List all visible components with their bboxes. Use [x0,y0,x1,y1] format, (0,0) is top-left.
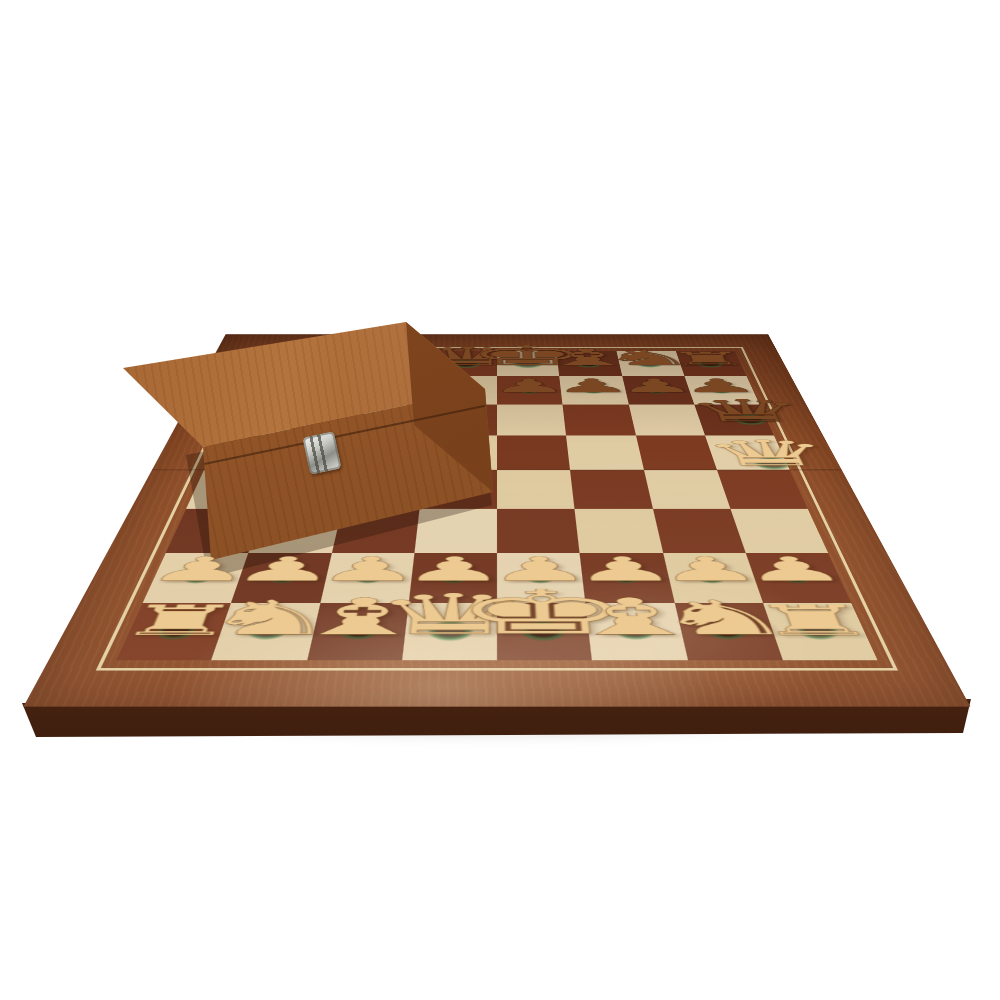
felt-base [772,568,821,586]
chess-board-overlay: ♟♟♟♟♟♟♟♟♜♞♝♛♚♝♞♜♛ [23,334,970,706]
felt-base [418,617,482,645]
piece-glyph: ♞ [649,600,799,637]
felt-base [696,619,758,643]
piece-glyph: ♟ [737,556,851,582]
felt-base [346,568,391,586]
piece-glyph: ♟ [229,556,340,582]
felt-base [143,619,208,643]
piece-glyph: ♜ [748,604,883,637]
felt-base [511,617,575,645]
piece-glyph: ♝ [282,597,437,637]
piece-glyph: ♟ [315,556,423,582]
felt-base [236,619,298,643]
piece-glyph: ♛ [366,593,536,637]
piece-glyph: ♟ [401,556,507,582]
board-scene-front: ♟♟♟♟♟♟♟♟♜♞♝♛♚♝♞♜♛ [0,0,1000,1000]
piece-glyph: ♞ [194,600,344,637]
piece-glyph: ♚ [450,589,636,637]
piece-glyph: ♟ [142,556,256,582]
felt-base [786,619,851,643]
felt-base [605,619,664,643]
felt-base [519,568,562,586]
felt-base [688,568,735,586]
piece-glyph: ♛ [698,439,841,467]
piece-glyph: ♟ [571,556,679,582]
felt-base [173,568,222,586]
felt-base [329,619,388,643]
piece-glyph: ♟ [654,556,765,582]
felt-base [259,568,306,586]
felt-base [432,568,475,586]
felt-base [603,568,648,586]
product-photo-canvas: ♜♞♝♛♚♝♞♜♟♟♟♟♛ ♟♟♟♟♟♟♟♟♜♞♝♛♚♝♞♜♛ [0,0,1000,1000]
piece-glyph: ♝ [557,597,712,637]
piece-glyph: ♜ [111,604,246,637]
piece-glyph: ♟ [487,556,593,582]
